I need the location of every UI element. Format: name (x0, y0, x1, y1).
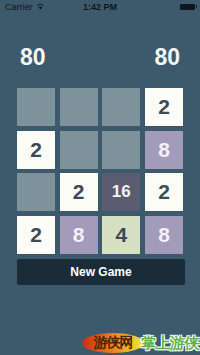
tile-r3c4: 2 (145, 173, 183, 211)
score-right: 80 (154, 44, 180, 71)
tile-r2c3 (102, 131, 140, 169)
watermark-logo-oval: 游侠网 (82, 333, 144, 353)
watermark-slogan: 掌上游侠 (141, 334, 199, 353)
time-label: 1:42 PM (0, 2, 200, 12)
tile-r1c3 (102, 88, 140, 126)
tile-r3c3: 16 (102, 173, 140, 211)
tile-r1c1 (17, 88, 55, 126)
tile-r3c2: 2 (60, 173, 98, 211)
app-screen: Carrier 1:42 PM 80 80 22821622848 New Ga… (0, 0, 200, 355)
battery-icon (180, 4, 195, 10)
tile-r1c2 (60, 88, 98, 126)
new-game-button[interactable]: New Game (17, 259, 185, 285)
tile-r4c3: 4 (102, 216, 140, 254)
score-row: 80 80 (0, 44, 200, 71)
tile-r2c4: 8 (145, 131, 183, 169)
tile-r1c4: 2 (145, 88, 183, 126)
score-left: 80 (20, 44, 46, 71)
tile-r2c1: 2 (17, 131, 55, 169)
watermark: 游侠网 掌上游侠 (82, 333, 199, 353)
tile-r3c1 (17, 173, 55, 211)
tile-r4c4: 8 (145, 216, 183, 254)
tile-r4c2: 8 (60, 216, 98, 254)
game-board[interactable]: 22821622848 (17, 88, 183, 254)
tile-r2c2 (60, 131, 98, 169)
tile-r4c1: 2 (17, 216, 55, 254)
status-bar: Carrier 1:42 PM (0, 0, 200, 13)
